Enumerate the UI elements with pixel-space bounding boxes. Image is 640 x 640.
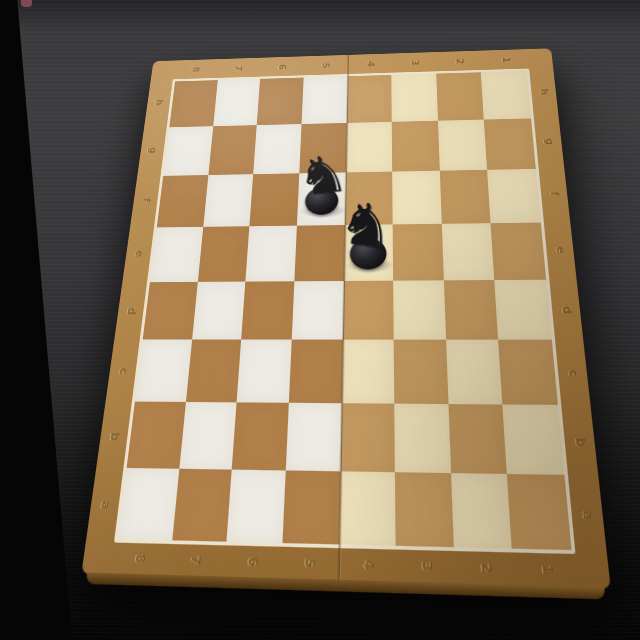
square-a5[interactable] — [282, 471, 340, 545]
square-b4[interactable] — [340, 403, 395, 472]
square-h3[interactable] — [391, 74, 437, 122]
square-c5[interactable] — [289, 340, 343, 404]
red-speck — [21, 0, 32, 7]
square-a2[interactable] — [451, 473, 512, 548]
square-b1[interactable] — [503, 405, 565, 475]
square-e8[interactable] — [150, 226, 203, 281]
square-h2[interactable] — [436, 72, 484, 120]
square-d5[interactable] — [292, 281, 344, 340]
square-d7[interactable] — [192, 281, 246, 340]
square-a7[interactable] — [172, 469, 232, 542]
board-play-area: ♞♞ — [114, 69, 576, 555]
square-g3[interactable] — [392, 121, 440, 172]
square-c3[interactable] — [394, 340, 448, 404]
square-e1[interactable] — [491, 222, 546, 279]
chess-board: 87654321 87654321 hgfedcba hgfedcba ♞♞ — [81, 48, 610, 589]
square-g4[interactable] — [345, 122, 392, 173]
square-g2[interactable] — [438, 119, 488, 170]
square-f6[interactable] — [250, 173, 300, 226]
square-a6[interactable] — [227, 470, 286, 543]
square-b3[interactable] — [394, 404, 450, 473]
square-e4[interactable]: ♞ — [344, 224, 394, 280]
square-c1[interactable] — [499, 340, 558, 405]
square-c6[interactable] — [237, 340, 292, 403]
square-c4[interactable] — [341, 340, 394, 404]
table-surface: 87654321 87654321 hgfedcba hgfedcba ♞♞ — [0, 0, 640, 640]
square-c8[interactable] — [135, 340, 192, 402]
square-b2[interactable] — [448, 404, 507, 474]
square-b8[interactable] — [127, 402, 186, 469]
square-e3[interactable] — [393, 223, 444, 280]
square-f2[interactable] — [440, 170, 491, 224]
square-b6[interactable] — [232, 403, 289, 471]
square-g1[interactable] — [484, 118, 536, 169]
table-edge-shadow — [0, 0, 72, 640]
square-e2[interactable] — [442, 223, 495, 280]
square-b5[interactable] — [286, 403, 342, 471]
square-h5[interactable] — [301, 76, 347, 124]
square-b7[interactable] — [179, 402, 237, 470]
square-a1[interactable] — [507, 474, 571, 550]
square-c7[interactable] — [186, 340, 242, 403]
square-f1[interactable] — [487, 169, 540, 223]
square-h7[interactable] — [213, 79, 260, 126]
square-e7[interactable] — [198, 226, 250, 282]
square-d2[interactable] — [444, 280, 499, 341]
square-d3[interactable] — [393, 280, 446, 340]
square-e6[interactable] — [246, 225, 297, 281]
square-d4[interactable] — [342, 280, 393, 340]
board-wrapper: 87654321 87654321 hgfedcba hgfedcba ♞♞ — [116, 8, 571, 553]
square-d1[interactable] — [495, 279, 552, 340]
square-a8[interactable] — [118, 468, 179, 540]
square-d8[interactable] — [143, 281, 198, 339]
square-h6[interactable] — [257, 78, 304, 125]
square-g7[interactable] — [208, 125, 257, 175]
knight-icon: ♞ — [333, 193, 400, 259]
square-h1[interactable] — [481, 71, 531, 120]
square-f8[interactable] — [157, 175, 208, 227]
square-g8[interactable] — [163, 126, 213, 176]
square-f7[interactable] — [203, 174, 253, 227]
square-h8[interactable] — [169, 80, 217, 127]
square-c2[interactable] — [446, 340, 503, 405]
square-a3[interactable] — [395, 472, 453, 547]
square-h4[interactable] — [346, 75, 391, 123]
square-a4[interactable] — [339, 471, 396, 545]
square-d6[interactable] — [241, 281, 294, 340]
